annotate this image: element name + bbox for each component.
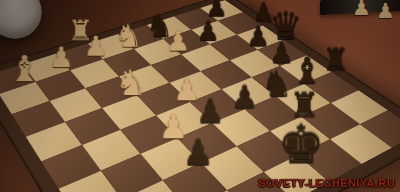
piece-w-P-e3[interactable]: ♟ (157, 19, 198, 64)
scene: ♟♟ ♚♜♝♟♟♞♟♞♟♟♚♛♜♜♝♞♞♟♟♟♟♟♟♟♟ SOVETY-LECH… (0, 0, 400, 192)
watermark: SOVETY-LECHENIYA.RU (258, 177, 395, 189)
captured-white-pawn-1: ♟ (352, 0, 371, 20)
piece-b-K-e8[interactable]: ♚ (274, 116, 326, 173)
chess-board[interactable]: ♚♜♝♟♟♞♟♞♟♟♚♛♜♜♝♞♞♟♟♟♟♟♟♟♟ (0, 0, 400, 192)
piece-w-B-a2[interactable]: ♝ (2, 45, 46, 93)
captured-white-pawn-2: ♟ (376, 0, 395, 23)
piece-w-N-c4[interactable]: ♞ (108, 58, 154, 108)
piece-b-P-c7[interactable]: ♟ (171, 123, 224, 181)
